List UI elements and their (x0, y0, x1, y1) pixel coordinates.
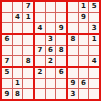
box-8: 26 (35, 68, 66, 99)
cell-r8c6[interactable] (56, 79, 66, 89)
cell-r4c1: 6 (2, 35, 12, 45)
cell-r9c9[interactable] (89, 89, 99, 99)
cell-r6c9: 4 (89, 56, 99, 66)
cell-r3c2[interactable] (13, 23, 23, 33)
cell-r9c5[interactable] (46, 89, 56, 99)
cell-r2c8: 9 (79, 13, 89, 23)
cell-r9c3[interactable] (23, 89, 33, 99)
cell-r6c1: 7 (2, 56, 12, 66)
cell-r7c4: 2 (35, 68, 45, 78)
cell-r8c3[interactable] (23, 79, 33, 89)
cell-r2c2: 4 (13, 13, 23, 23)
cell-r4c7: 8 (68, 35, 78, 45)
cell-r7c5[interactable] (46, 68, 56, 78)
cell-r5c9[interactable] (89, 46, 99, 56)
cell-r3c6: 9 (56, 23, 66, 33)
cell-r8c1[interactable] (2, 79, 12, 89)
cell-r1c4[interactable] (35, 2, 45, 12)
cell-r9c8[interactable] (79, 89, 89, 99)
cell-r7c7[interactable] (68, 68, 78, 78)
cell-r2c9[interactable] (89, 13, 99, 23)
cell-r9c7: 3 (68, 89, 78, 99)
cell-r1c1[interactable] (2, 2, 12, 12)
cell-r3c9: 3 (89, 23, 99, 33)
cell-r7c2[interactable] (13, 68, 23, 78)
box-5: 37682 (35, 35, 66, 66)
cell-r7c3[interactable] (23, 68, 33, 78)
cell-r4c3[interactable] (23, 35, 33, 45)
box-6: 814 (68, 35, 99, 66)
cell-r4c4[interactable] (35, 35, 45, 45)
cell-r5c8[interactable] (79, 46, 89, 56)
cell-r5c1[interactable] (2, 46, 12, 56)
box-2: 49 (35, 2, 66, 33)
sudoku-board: 74149159367837682814519826963 (0, 0, 101, 101)
cell-r1c3: 7 (23, 2, 33, 12)
cell-r7c9[interactable] (89, 68, 99, 78)
cell-r3c7[interactable] (68, 23, 78, 33)
cell-r6c7[interactable] (68, 56, 78, 66)
cell-r9c2: 8 (13, 89, 23, 99)
cell-r6c5: 2 (46, 56, 56, 66)
cell-r2c4[interactable] (35, 13, 45, 23)
cell-r6c8[interactable] (79, 56, 89, 66)
cell-r8c9[interactable] (89, 79, 99, 89)
cell-r9c6[interactable] (56, 89, 66, 99)
cell-r6c6[interactable] (56, 56, 66, 66)
cell-r5c4: 7 (35, 46, 45, 56)
cell-r8c4[interactable] (35, 79, 45, 89)
box-4: 678 (2, 35, 33, 66)
cell-r2c5[interactable] (46, 13, 56, 23)
cell-r4c5: 3 (46, 35, 56, 45)
cell-r2c1[interactable] (2, 13, 12, 23)
cell-r8c5[interactable] (46, 79, 56, 89)
cell-r6c3: 8 (23, 56, 33, 66)
box-7: 5198 (2, 68, 33, 99)
cell-r7c8[interactable] (79, 68, 89, 78)
cell-r5c3[interactable] (23, 46, 33, 56)
cell-r8c8: 6 (79, 79, 89, 89)
cell-r4c9: 1 (89, 35, 99, 45)
cell-r6c4[interactable] (35, 56, 45, 66)
cell-r1c9: 5 (89, 2, 99, 12)
cell-r3c4: 4 (35, 23, 45, 33)
cell-r4c2[interactable] (13, 35, 23, 45)
cell-r6c2[interactable] (13, 56, 23, 66)
cell-r5c7[interactable] (68, 46, 78, 56)
cell-r1c8: 1 (79, 2, 89, 12)
cell-r5c6: 8 (56, 46, 66, 56)
cell-r8c7: 9 (68, 79, 78, 89)
cell-r3c8[interactable] (79, 23, 89, 33)
cell-r3c3[interactable] (23, 23, 33, 33)
cell-r9c1: 9 (2, 89, 12, 99)
cell-r5c5: 6 (46, 46, 56, 56)
cell-r4c8[interactable] (79, 35, 89, 45)
cell-r3c1[interactable] (2, 23, 12, 33)
cell-r2c7[interactable] (68, 13, 78, 23)
cell-r1c2[interactable] (13, 2, 23, 12)
cell-r2c3: 1 (23, 13, 33, 23)
cell-r4c6[interactable] (56, 35, 66, 45)
box-3: 1593 (68, 2, 99, 33)
box-9: 963 (68, 68, 99, 99)
cell-r1c5[interactable] (46, 2, 56, 12)
cell-r8c2: 1 (13, 79, 23, 89)
cell-r3c5[interactable] (46, 23, 56, 33)
cell-r5c2[interactable] (13, 46, 23, 56)
box-1: 741 (2, 2, 33, 33)
cell-r1c7[interactable] (68, 2, 78, 12)
cell-r9c4[interactable] (35, 89, 45, 99)
cell-r1c6[interactable] (56, 2, 66, 12)
cell-r7c1: 5 (2, 68, 12, 78)
cell-r2c6[interactable] (56, 13, 66, 23)
cell-r7c6: 6 (56, 68, 66, 78)
